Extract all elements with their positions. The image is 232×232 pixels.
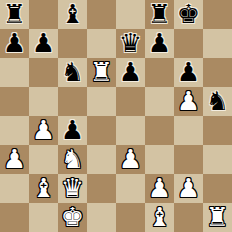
square-f5[interactable] [145,87,174,116]
square-e5[interactable] [116,87,145,116]
piece-black-knight[interactable]: ♞ [61,58,84,87]
square-h5[interactable]: ♞ [203,87,232,116]
square-c3[interactable]: ♞ [58,145,87,174]
square-f8[interactable]: ♜ [145,0,174,29]
square-f6[interactable] [145,58,174,87]
piece-black-pawn[interactable]: ♟ [119,58,142,87]
square-g6[interactable]: ♟ [174,58,203,87]
square-d5[interactable] [87,87,116,116]
square-h8[interactable] [203,0,232,29]
square-d1[interactable] [87,203,116,232]
square-e8[interactable] [116,0,145,29]
square-b7[interactable]: ♟ [29,29,58,58]
piece-white-pawn[interactable]: ♟ [3,145,26,174]
piece-black-king[interactable]: ♚ [177,0,200,29]
piece-black-bishop[interactable]: ♝ [61,0,84,29]
square-g5[interactable]: ♟ [174,87,203,116]
square-a4[interactable] [0,116,29,145]
square-h6[interactable] [203,58,232,87]
square-e1[interactable] [116,203,145,232]
piece-black-pawn[interactable]: ♟ [148,29,171,58]
square-d7[interactable] [87,29,116,58]
piece-white-queen[interactable]: ♛ [61,174,84,203]
square-b3[interactable] [29,145,58,174]
square-f7[interactable]: ♟ [145,29,174,58]
piece-black-pawn[interactable]: ♟ [32,29,55,58]
square-b6[interactable] [29,58,58,87]
square-c6[interactable]: ♞ [58,58,87,87]
square-b5[interactable] [29,87,58,116]
square-f3[interactable] [145,145,174,174]
square-a3[interactable]: ♟ [0,145,29,174]
piece-black-knight[interactable]: ♞ [206,87,229,116]
square-a5[interactable] [0,87,29,116]
square-c2[interactable]: ♛ [58,174,87,203]
square-a8[interactable]: ♜ [0,0,29,29]
square-g3[interactable] [174,145,203,174]
square-d8[interactable] [87,0,116,29]
piece-black-pawn[interactable]: ♟ [177,58,200,87]
square-d4[interactable] [87,116,116,145]
piece-white-bishop[interactable]: ♝ [148,203,171,232]
square-a7[interactable]: ♟ [0,29,29,58]
piece-white-pawn[interactable]: ♟ [177,87,200,116]
square-b8[interactable] [29,0,58,29]
square-g4[interactable] [174,116,203,145]
square-b4[interactable]: ♟ [29,116,58,145]
square-f4[interactable] [145,116,174,145]
square-b1[interactable] [29,203,58,232]
piece-black-pawn[interactable]: ♟ [61,116,84,145]
square-c1[interactable]: ♚ [58,203,87,232]
square-d6[interactable]: ♜ [87,58,116,87]
piece-black-queen[interactable]: ♛ [119,29,142,58]
square-e6[interactable]: ♟ [116,58,145,87]
piece-white-pawn[interactable]: ♟ [119,145,142,174]
piece-white-knight[interactable]: ♞ [61,145,84,174]
piece-black-rook[interactable]: ♜ [148,0,171,29]
square-a2[interactable] [0,174,29,203]
square-d2[interactable] [87,174,116,203]
chess-board: ♜♝♜♚♟♟♛♟♞♜♟♟♟♞♟♟♟♞♟♝♛♟♟♚♝♜ [0,0,232,232]
square-h2[interactable] [203,174,232,203]
square-f1[interactable]: ♝ [145,203,174,232]
piece-black-pawn[interactable]: ♟ [3,29,26,58]
piece-white-rook[interactable]: ♜ [206,203,229,232]
piece-white-bishop[interactable]: ♝ [32,174,55,203]
square-d3[interactable] [87,145,116,174]
square-b2[interactable]: ♝ [29,174,58,203]
square-e4[interactable] [116,116,145,145]
square-g2[interactable]: ♟ [174,174,203,203]
square-g1[interactable] [174,203,203,232]
square-c7[interactable] [58,29,87,58]
piece-white-pawn[interactable]: ♟ [32,116,55,145]
square-e3[interactable]: ♟ [116,145,145,174]
square-g7[interactable] [174,29,203,58]
square-c4[interactable]: ♟ [58,116,87,145]
square-g8[interactable]: ♚ [174,0,203,29]
square-c5[interactable] [58,87,87,116]
square-h4[interactable] [203,116,232,145]
square-a6[interactable] [0,58,29,87]
piece-black-rook[interactable]: ♜ [3,0,26,29]
piece-white-pawn[interactable]: ♟ [177,174,200,203]
piece-white-king[interactable]: ♚ [61,203,84,232]
piece-white-rook[interactable]: ♜ [90,58,113,87]
square-h1[interactable]: ♜ [203,203,232,232]
square-a1[interactable] [0,203,29,232]
square-c8[interactable]: ♝ [58,0,87,29]
square-h3[interactable] [203,145,232,174]
square-h7[interactable] [203,29,232,58]
square-f2[interactable]: ♟ [145,174,174,203]
square-e2[interactable] [116,174,145,203]
square-e7[interactable]: ♛ [116,29,145,58]
piece-white-pawn[interactable]: ♟ [148,174,171,203]
